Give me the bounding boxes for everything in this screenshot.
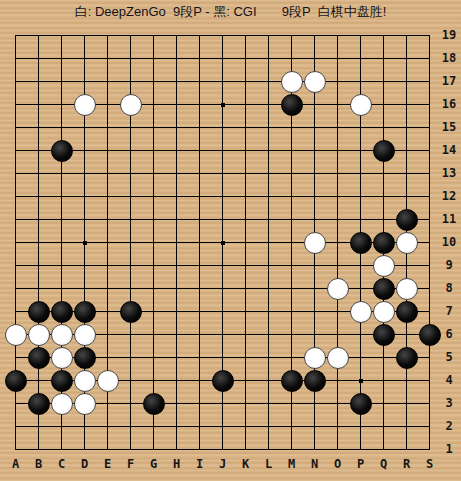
point-D19[interactable] xyxy=(73,24,96,47)
point-F17[interactable] xyxy=(119,70,142,93)
point-J4[interactable] xyxy=(211,369,234,392)
point-H3[interactable] xyxy=(165,392,188,415)
point-E11[interactable] xyxy=(96,208,119,231)
point-L6[interactable] xyxy=(257,323,280,346)
point-A5[interactable] xyxy=(4,346,27,369)
point-L19[interactable] xyxy=(257,24,280,47)
point-K19[interactable] xyxy=(234,24,257,47)
point-R2[interactable] xyxy=(395,415,418,438)
point-O18[interactable] xyxy=(326,47,349,70)
point-N5[interactable] xyxy=(303,346,326,369)
point-I5[interactable] xyxy=(188,346,211,369)
point-N11[interactable] xyxy=(303,208,326,231)
point-N15[interactable] xyxy=(303,116,326,139)
point-J8[interactable] xyxy=(211,277,234,300)
point-H13[interactable] xyxy=(165,162,188,185)
point-R14[interactable] xyxy=(395,139,418,162)
point-I16[interactable] xyxy=(188,93,211,116)
point-B18[interactable] xyxy=(27,47,50,70)
point-C6[interactable] xyxy=(50,323,73,346)
point-E18[interactable] xyxy=(96,47,119,70)
point-I18[interactable] xyxy=(188,47,211,70)
point-Q10[interactable] xyxy=(372,231,395,254)
point-I2[interactable] xyxy=(188,415,211,438)
point-I9[interactable] xyxy=(188,254,211,277)
point-L12[interactable] xyxy=(257,185,280,208)
point-C11[interactable] xyxy=(50,208,73,231)
point-Q18[interactable] xyxy=(372,47,395,70)
point-D4[interactable] xyxy=(73,369,96,392)
point-H18[interactable] xyxy=(165,47,188,70)
point-N8[interactable] xyxy=(303,277,326,300)
point-G4[interactable] xyxy=(142,369,165,392)
point-R3[interactable] xyxy=(395,392,418,415)
point-R4[interactable] xyxy=(395,369,418,392)
point-E14[interactable] xyxy=(96,139,119,162)
point-L3[interactable] xyxy=(257,392,280,415)
point-G14[interactable] xyxy=(142,139,165,162)
point-P10[interactable] xyxy=(349,231,372,254)
point-C8[interactable] xyxy=(50,277,73,300)
point-P14[interactable] xyxy=(349,139,372,162)
point-J5[interactable] xyxy=(211,346,234,369)
point-D16[interactable] xyxy=(73,93,96,116)
point-I12[interactable] xyxy=(188,185,211,208)
point-H2[interactable] xyxy=(165,415,188,438)
point-M18[interactable] xyxy=(280,47,303,70)
point-I10[interactable] xyxy=(188,231,211,254)
point-N13[interactable] xyxy=(303,162,326,185)
point-M10[interactable] xyxy=(280,231,303,254)
point-R13[interactable] xyxy=(395,162,418,185)
point-K10[interactable] xyxy=(234,231,257,254)
point-G5[interactable] xyxy=(142,346,165,369)
point-K9[interactable] xyxy=(234,254,257,277)
point-C10[interactable] xyxy=(50,231,73,254)
point-F10[interactable] xyxy=(119,231,142,254)
point-N9[interactable] xyxy=(303,254,326,277)
point-Q12[interactable] xyxy=(372,185,395,208)
point-F12[interactable] xyxy=(119,185,142,208)
point-D18[interactable] xyxy=(73,47,96,70)
point-P17[interactable] xyxy=(349,70,372,93)
point-G18[interactable] xyxy=(142,47,165,70)
point-A16[interactable] xyxy=(4,93,27,116)
point-F16[interactable] xyxy=(119,93,142,116)
point-C18[interactable] xyxy=(50,47,73,70)
point-I7[interactable] xyxy=(188,300,211,323)
point-D10[interactable] xyxy=(73,231,96,254)
point-N12[interactable] xyxy=(303,185,326,208)
point-C17[interactable] xyxy=(50,70,73,93)
point-R19[interactable] xyxy=(395,24,418,47)
point-L13[interactable] xyxy=(257,162,280,185)
point-M12[interactable] xyxy=(280,185,303,208)
point-M14[interactable] xyxy=(280,139,303,162)
point-B5[interactable] xyxy=(27,346,50,369)
point-P2[interactable] xyxy=(349,415,372,438)
point-A9[interactable] xyxy=(4,254,27,277)
point-A17[interactable] xyxy=(4,70,27,93)
point-M16[interactable] xyxy=(280,93,303,116)
point-Q13[interactable] xyxy=(372,162,395,185)
point-J12[interactable] xyxy=(211,185,234,208)
point-E16[interactable] xyxy=(96,93,119,116)
point-H8[interactable] xyxy=(165,277,188,300)
point-J13[interactable] xyxy=(211,162,234,185)
point-R7[interactable] xyxy=(395,300,418,323)
point-J16[interactable] xyxy=(211,93,234,116)
point-H10[interactable] xyxy=(165,231,188,254)
point-N18[interactable] xyxy=(303,47,326,70)
point-Q6[interactable] xyxy=(372,323,395,346)
point-K7[interactable] xyxy=(234,300,257,323)
point-H19[interactable] xyxy=(165,24,188,47)
point-E17[interactable] xyxy=(96,70,119,93)
point-K13[interactable] xyxy=(234,162,257,185)
point-K14[interactable] xyxy=(234,139,257,162)
point-K3[interactable] xyxy=(234,392,257,415)
point-I4[interactable] xyxy=(188,369,211,392)
point-G12[interactable] xyxy=(142,185,165,208)
point-N19[interactable] xyxy=(303,24,326,47)
point-R15[interactable] xyxy=(395,116,418,139)
point-E8[interactable] xyxy=(96,277,119,300)
point-P15[interactable] xyxy=(349,116,372,139)
point-K5[interactable] xyxy=(234,346,257,369)
point-O15[interactable] xyxy=(326,116,349,139)
point-L17[interactable] xyxy=(257,70,280,93)
point-R17[interactable] xyxy=(395,70,418,93)
point-H17[interactable] xyxy=(165,70,188,93)
point-Q14[interactable] xyxy=(372,139,395,162)
point-H11[interactable] xyxy=(165,208,188,231)
point-Q2[interactable] xyxy=(372,415,395,438)
point-I17[interactable] xyxy=(188,70,211,93)
point-N10[interactable] xyxy=(303,231,326,254)
point-P18[interactable] xyxy=(349,47,372,70)
point-F18[interactable] xyxy=(119,47,142,70)
point-D8[interactable] xyxy=(73,277,96,300)
point-F2[interactable] xyxy=(119,415,142,438)
point-A19[interactable] xyxy=(4,24,27,47)
point-M5[interactable] xyxy=(280,346,303,369)
point-L7[interactable] xyxy=(257,300,280,323)
point-F19[interactable] xyxy=(119,24,142,47)
point-G8[interactable] xyxy=(142,277,165,300)
point-P3[interactable] xyxy=(349,392,372,415)
point-Q11[interactable] xyxy=(372,208,395,231)
point-P16[interactable] xyxy=(349,93,372,116)
point-E3[interactable] xyxy=(96,392,119,415)
point-H15[interactable] xyxy=(165,116,188,139)
point-C2[interactable] xyxy=(50,415,73,438)
point-D5[interactable] xyxy=(73,346,96,369)
point-G3[interactable] xyxy=(142,392,165,415)
point-I15[interactable] xyxy=(188,116,211,139)
point-P11[interactable] xyxy=(349,208,372,231)
point-A2[interactable] xyxy=(4,415,27,438)
point-F15[interactable] xyxy=(119,116,142,139)
point-L14[interactable] xyxy=(257,139,280,162)
point-K8[interactable] xyxy=(234,277,257,300)
point-P4[interactable] xyxy=(349,369,372,392)
point-A11[interactable] xyxy=(4,208,27,231)
point-N14[interactable] xyxy=(303,139,326,162)
point-L9[interactable] xyxy=(257,254,280,277)
point-F3[interactable] xyxy=(119,392,142,415)
point-N2[interactable] xyxy=(303,415,326,438)
point-A6[interactable] xyxy=(4,323,27,346)
point-N16[interactable] xyxy=(303,93,326,116)
point-E7[interactable] xyxy=(96,300,119,323)
point-O3[interactable] xyxy=(326,392,349,415)
point-P13[interactable] xyxy=(349,162,372,185)
point-I19[interactable] xyxy=(188,24,211,47)
point-Q19[interactable] xyxy=(372,24,395,47)
point-P12[interactable] xyxy=(349,185,372,208)
point-R11[interactable] xyxy=(395,208,418,231)
point-E9[interactable] xyxy=(96,254,119,277)
point-G7[interactable] xyxy=(142,300,165,323)
point-L4[interactable] xyxy=(257,369,280,392)
point-E10[interactable] xyxy=(96,231,119,254)
point-G9[interactable] xyxy=(142,254,165,277)
point-B15[interactable] xyxy=(27,116,50,139)
point-K2[interactable] xyxy=(234,415,257,438)
point-A8[interactable] xyxy=(4,277,27,300)
point-K15[interactable] xyxy=(234,116,257,139)
point-M17[interactable] xyxy=(280,70,303,93)
point-C13[interactable] xyxy=(50,162,73,185)
point-M2[interactable] xyxy=(280,415,303,438)
point-I3[interactable] xyxy=(188,392,211,415)
point-R9[interactable] xyxy=(395,254,418,277)
point-P6[interactable] xyxy=(349,323,372,346)
point-I13[interactable] xyxy=(188,162,211,185)
point-B4[interactable] xyxy=(27,369,50,392)
point-M7[interactable] xyxy=(280,300,303,323)
point-O8[interactable] xyxy=(326,277,349,300)
point-Q7[interactable] xyxy=(372,300,395,323)
point-H7[interactable] xyxy=(165,300,188,323)
point-M15[interactable] xyxy=(280,116,303,139)
point-J19[interactable] xyxy=(211,24,234,47)
point-D17[interactable] xyxy=(73,70,96,93)
point-E15[interactable] xyxy=(96,116,119,139)
point-I6[interactable] xyxy=(188,323,211,346)
point-J10[interactable] xyxy=(211,231,234,254)
point-Q3[interactable] xyxy=(372,392,395,415)
point-A10[interactable] xyxy=(4,231,27,254)
point-C12[interactable] xyxy=(50,185,73,208)
point-J2[interactable] xyxy=(211,415,234,438)
point-H4[interactable] xyxy=(165,369,188,392)
point-R12[interactable] xyxy=(395,185,418,208)
point-O16[interactable] xyxy=(326,93,349,116)
point-A14[interactable] xyxy=(4,139,27,162)
point-O2[interactable] xyxy=(326,415,349,438)
point-A12[interactable] xyxy=(4,185,27,208)
point-B19[interactable] xyxy=(27,24,50,47)
point-K6[interactable] xyxy=(234,323,257,346)
point-Q16[interactable] xyxy=(372,93,395,116)
point-R6[interactable] xyxy=(395,323,418,346)
point-R8[interactable] xyxy=(395,277,418,300)
point-F8[interactable] xyxy=(119,277,142,300)
point-G6[interactable] xyxy=(142,323,165,346)
point-N6[interactable] xyxy=(303,323,326,346)
point-G19[interactable] xyxy=(142,24,165,47)
point-D3[interactable] xyxy=(73,392,96,415)
point-L5[interactable] xyxy=(257,346,280,369)
point-B7[interactable] xyxy=(27,300,50,323)
point-I8[interactable] xyxy=(188,277,211,300)
point-H6[interactable] xyxy=(165,323,188,346)
point-Q8[interactable] xyxy=(372,277,395,300)
point-G17[interactable] xyxy=(142,70,165,93)
point-B17[interactable] xyxy=(27,70,50,93)
point-F13[interactable] xyxy=(119,162,142,185)
point-L16[interactable] xyxy=(257,93,280,116)
point-Q15[interactable] xyxy=(372,116,395,139)
point-P8[interactable] xyxy=(349,277,372,300)
point-H9[interactable] xyxy=(165,254,188,277)
point-C3[interactable] xyxy=(50,392,73,415)
point-E2[interactable] xyxy=(96,415,119,438)
point-A18[interactable] xyxy=(4,47,27,70)
point-J11[interactable] xyxy=(211,208,234,231)
point-P9[interactable] xyxy=(349,254,372,277)
point-C19[interactable] xyxy=(50,24,73,47)
point-A4[interactable] xyxy=(4,369,27,392)
point-L18[interactable] xyxy=(257,47,280,70)
point-G13[interactable] xyxy=(142,162,165,185)
point-O6[interactable] xyxy=(326,323,349,346)
point-P5[interactable] xyxy=(349,346,372,369)
point-L8[interactable] xyxy=(257,277,280,300)
point-R5[interactable] xyxy=(395,346,418,369)
point-G15[interactable] xyxy=(142,116,165,139)
point-A3[interactable] xyxy=(4,392,27,415)
point-F11[interactable] xyxy=(119,208,142,231)
point-O17[interactable] xyxy=(326,70,349,93)
point-C16[interactable] xyxy=(50,93,73,116)
point-C5[interactable] xyxy=(50,346,73,369)
point-R10[interactable] xyxy=(395,231,418,254)
point-R16[interactable] xyxy=(395,93,418,116)
point-D6[interactable] xyxy=(73,323,96,346)
point-O13[interactable] xyxy=(326,162,349,185)
point-F9[interactable] xyxy=(119,254,142,277)
point-O7[interactable] xyxy=(326,300,349,323)
point-A7[interactable] xyxy=(4,300,27,323)
point-A15[interactable] xyxy=(4,116,27,139)
point-E19[interactable] xyxy=(96,24,119,47)
point-P19[interactable] xyxy=(349,24,372,47)
point-L11[interactable] xyxy=(257,208,280,231)
point-M4[interactable] xyxy=(280,369,303,392)
point-K4[interactable] xyxy=(234,369,257,392)
point-A13[interactable] xyxy=(4,162,27,185)
point-K12[interactable] xyxy=(234,185,257,208)
point-O4[interactable] xyxy=(326,369,349,392)
point-D9[interactable] xyxy=(73,254,96,277)
point-B10[interactable] xyxy=(27,231,50,254)
point-D7[interactable] xyxy=(73,300,96,323)
point-J3[interactable] xyxy=(211,392,234,415)
point-I14[interactable] xyxy=(188,139,211,162)
point-F7[interactable] xyxy=(119,300,142,323)
point-H12[interactable] xyxy=(165,185,188,208)
point-F14[interactable] xyxy=(119,139,142,162)
point-F5[interactable] xyxy=(119,346,142,369)
point-D12[interactable] xyxy=(73,185,96,208)
point-B8[interactable] xyxy=(27,277,50,300)
point-J6[interactable] xyxy=(211,323,234,346)
point-B6[interactable] xyxy=(27,323,50,346)
point-I11[interactable] xyxy=(188,208,211,231)
point-J9[interactable] xyxy=(211,254,234,277)
point-B2[interactable] xyxy=(27,415,50,438)
point-N3[interactable] xyxy=(303,392,326,415)
point-D2[interactable] xyxy=(73,415,96,438)
point-D15[interactable] xyxy=(73,116,96,139)
point-F4[interactable] xyxy=(119,369,142,392)
point-L15[interactable] xyxy=(257,116,280,139)
point-B9[interactable] xyxy=(27,254,50,277)
point-M9[interactable] xyxy=(280,254,303,277)
point-J18[interactable] xyxy=(211,47,234,70)
point-O5[interactable] xyxy=(326,346,349,369)
point-Q4[interactable] xyxy=(372,369,395,392)
point-E12[interactable] xyxy=(96,185,119,208)
point-M3[interactable] xyxy=(280,392,303,415)
point-G11[interactable] xyxy=(142,208,165,231)
point-D11[interactable] xyxy=(73,208,96,231)
point-G16[interactable] xyxy=(142,93,165,116)
point-O12[interactable] xyxy=(326,185,349,208)
point-D13[interactable] xyxy=(73,162,96,185)
point-O9[interactable] xyxy=(326,254,349,277)
point-J14[interactable] xyxy=(211,139,234,162)
point-L10[interactable] xyxy=(257,231,280,254)
point-O14[interactable] xyxy=(326,139,349,162)
point-M8[interactable] xyxy=(280,277,303,300)
point-B12[interactable] xyxy=(27,185,50,208)
point-G2[interactable] xyxy=(142,415,165,438)
point-M13[interactable] xyxy=(280,162,303,185)
point-E13[interactable] xyxy=(96,162,119,185)
point-D14[interactable] xyxy=(73,139,96,162)
point-C7[interactable] xyxy=(50,300,73,323)
point-O11[interactable] xyxy=(326,208,349,231)
point-C9[interactable] xyxy=(50,254,73,277)
point-E6[interactable] xyxy=(96,323,119,346)
point-O19[interactable] xyxy=(326,24,349,47)
point-J17[interactable] xyxy=(211,70,234,93)
point-M11[interactable] xyxy=(280,208,303,231)
point-Q9[interactable] xyxy=(372,254,395,277)
point-O10[interactable] xyxy=(326,231,349,254)
point-B3[interactable] xyxy=(27,392,50,415)
point-B13[interactable] xyxy=(27,162,50,185)
point-B11[interactable] xyxy=(27,208,50,231)
point-C15[interactable] xyxy=(50,116,73,139)
point-R18[interactable] xyxy=(395,47,418,70)
point-Q5[interactable] xyxy=(372,346,395,369)
point-K11[interactable] xyxy=(234,208,257,231)
